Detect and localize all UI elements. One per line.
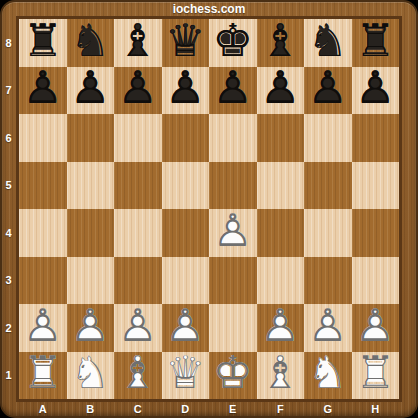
file-label-f: F xyxy=(257,399,305,418)
piece-white-pawn[interactable]: ♟♙ xyxy=(19,304,67,352)
square-f5[interactable] xyxy=(257,162,305,210)
piece-white-pawn[interactable]: ♟♙ xyxy=(304,304,352,352)
piece-white-pawn[interactable]: ♟♙ xyxy=(209,209,257,257)
rank-label-3: 3 xyxy=(0,257,17,305)
square-c6[interactable] xyxy=(114,114,162,162)
piece-white-pawn[interactable]: ♟♙ xyxy=(352,304,400,352)
square-h2[interactable]: ♟♙ xyxy=(352,304,400,352)
square-e6[interactable] xyxy=(209,114,257,162)
piece-detail: ♘ xyxy=(308,18,348,63)
file-label-c: C xyxy=(114,399,162,418)
file-label-a: A xyxy=(19,399,67,418)
piece-detail: ♙ xyxy=(260,303,300,348)
square-b1[interactable]: ♞♘ xyxy=(67,352,115,400)
square-a3[interactable] xyxy=(19,257,67,305)
square-b6[interactable] xyxy=(67,114,115,162)
piece-detail: ♙ xyxy=(165,303,205,348)
square-d4[interactable] xyxy=(162,209,210,257)
piece-black-pawn[interactable]: ♟♙ xyxy=(162,67,210,115)
square-a5[interactable] xyxy=(19,162,67,210)
piece-detail: ♘ xyxy=(70,351,110,396)
piece-black-rook[interactable]: ♜♖ xyxy=(19,19,67,67)
piece-detail: ♙ xyxy=(355,303,395,348)
piece-detail: ♙ xyxy=(165,66,205,111)
square-f3[interactable] xyxy=(257,257,305,305)
square-g5[interactable] xyxy=(304,162,352,210)
square-e1[interactable]: ♚♔ xyxy=(209,352,257,400)
square-f6[interactable] xyxy=(257,114,305,162)
square-e4[interactable]: ♟♙ xyxy=(209,209,257,257)
rank-label-7: 7 xyxy=(0,67,17,115)
piece-detail: ♖ xyxy=(23,351,63,396)
rank-labels: 87654321 xyxy=(0,19,17,399)
square-g1[interactable]: ♞♘ xyxy=(304,352,352,400)
piece-detail: ♗ xyxy=(118,18,158,63)
square-g7[interactable]: ♟♙ xyxy=(304,67,352,115)
square-f1[interactable]: ♝♗ xyxy=(257,352,305,400)
piece-detail: ♖ xyxy=(23,18,63,63)
square-h1[interactable]: ♜♖ xyxy=(352,352,400,400)
piece-black-pawn[interactable]: ♟♙ xyxy=(257,67,305,115)
board: ♜♖♞♘♝♗♛♕♚♔♝♗♞♘♜♖♟♙♟♙♟♙♟♙♟♙♟♙♟♙♟♙♟♙♟♙♟♙♟♙… xyxy=(19,19,399,399)
piece-detail: ♙ xyxy=(213,208,253,253)
square-c7[interactable]: ♟♙ xyxy=(114,67,162,115)
square-e7[interactable]: ♟♙ xyxy=(209,67,257,115)
piece-white-rook[interactable]: ♜♖ xyxy=(352,352,400,400)
piece-black-pawn[interactable]: ♟♙ xyxy=(209,67,257,115)
piece-black-pawn[interactable]: ♟♙ xyxy=(352,67,400,115)
piece-black-pawn[interactable]: ♟♙ xyxy=(19,67,67,115)
square-f8[interactable]: ♝♗ xyxy=(257,19,305,67)
piece-detail: ♘ xyxy=(70,18,110,63)
square-g6[interactable] xyxy=(304,114,352,162)
square-g2[interactable]: ♟♙ xyxy=(304,304,352,352)
square-h4[interactable] xyxy=(352,209,400,257)
square-c3[interactable] xyxy=(114,257,162,305)
rank-label-4: 4 xyxy=(0,209,17,257)
square-d5[interactable] xyxy=(162,162,210,210)
piece-black-knight[interactable]: ♞♘ xyxy=(67,19,115,67)
piece-white-king[interactable]: ♚♔ xyxy=(209,352,257,400)
square-b8[interactable]: ♞♘ xyxy=(67,19,115,67)
piece-white-pawn[interactable]: ♟♙ xyxy=(257,304,305,352)
square-d3[interactable] xyxy=(162,257,210,305)
piece-white-rook[interactable]: ♜♖ xyxy=(19,352,67,400)
file-label-e: E xyxy=(209,399,257,418)
piece-black-knight[interactable]: ♞♘ xyxy=(304,19,352,67)
piece-black-pawn[interactable]: ♟♙ xyxy=(304,67,352,115)
square-a6[interactable] xyxy=(19,114,67,162)
square-b4[interactable] xyxy=(67,209,115,257)
piece-detail: ♙ xyxy=(23,66,63,111)
piece-black-rook[interactable]: ♜♖ xyxy=(352,19,400,67)
piece-detail: ♗ xyxy=(260,18,300,63)
chess-widget: iochess.com 87654321 ABCDEFGH ♜♖♞♘♝♗♛♕♚♔… xyxy=(0,0,418,418)
piece-detail: ♙ xyxy=(355,66,395,111)
piece-detail: ♙ xyxy=(308,303,348,348)
square-a1[interactable]: ♜♖ xyxy=(19,352,67,400)
rank-label-2: 2 xyxy=(0,304,17,352)
square-b3[interactable] xyxy=(67,257,115,305)
piece-white-bishop[interactable]: ♝♗ xyxy=(114,352,162,400)
file-label-d: D xyxy=(162,399,210,418)
piece-detail: ♙ xyxy=(118,66,158,111)
rank-label-8: 8 xyxy=(0,19,17,67)
file-label-b: B xyxy=(67,399,115,418)
square-e8[interactable]: ♚♔ xyxy=(209,19,257,67)
square-b7[interactable]: ♟♙ xyxy=(67,67,115,115)
square-d2[interactable]: ♟♙ xyxy=(162,304,210,352)
piece-detail: ♔ xyxy=(213,351,253,396)
piece-detail: ♖ xyxy=(355,18,395,63)
square-g3[interactable] xyxy=(304,257,352,305)
piece-black-queen[interactable]: ♛♕ xyxy=(162,19,210,67)
square-f2[interactable]: ♟♙ xyxy=(257,304,305,352)
square-e2[interactable] xyxy=(209,304,257,352)
piece-white-pawn[interactable]: ♟♙ xyxy=(114,304,162,352)
square-f7[interactable]: ♟♙ xyxy=(257,67,305,115)
piece-detail: ♖ xyxy=(355,351,395,396)
square-h6[interactable] xyxy=(352,114,400,162)
piece-white-knight[interactable]: ♞♘ xyxy=(67,352,115,400)
piece-detail: ♕ xyxy=(165,351,205,396)
square-d1[interactable]: ♛♕ xyxy=(162,352,210,400)
square-a4[interactable] xyxy=(19,209,67,257)
rank-label-1: 1 xyxy=(0,352,17,400)
square-a8[interactable]: ♜♖ xyxy=(19,19,67,67)
piece-detail: ♗ xyxy=(260,351,300,396)
piece-white-queen[interactable]: ♛♕ xyxy=(162,352,210,400)
square-e5[interactable] xyxy=(209,162,257,210)
piece-white-pawn[interactable]: ♟♙ xyxy=(67,304,115,352)
piece-detail: ♕ xyxy=(165,18,205,63)
square-e3[interactable] xyxy=(209,257,257,305)
file-label-h: H xyxy=(352,399,400,418)
square-b5[interactable] xyxy=(67,162,115,210)
square-h8[interactable]: ♜♖ xyxy=(352,19,400,67)
piece-black-bishop[interactable]: ♝♗ xyxy=(114,19,162,67)
square-c1[interactable]: ♝♗ xyxy=(114,352,162,400)
square-c8[interactable]: ♝♗ xyxy=(114,19,162,67)
piece-detail: ♙ xyxy=(118,303,158,348)
piece-white-pawn[interactable]: ♟♙ xyxy=(162,304,210,352)
square-d6[interactable] xyxy=(162,114,210,162)
square-d8[interactable]: ♛♕ xyxy=(162,19,210,67)
square-b2[interactable]: ♟♙ xyxy=(67,304,115,352)
square-h5[interactable] xyxy=(352,162,400,210)
square-f4[interactable] xyxy=(257,209,305,257)
square-c5[interactable] xyxy=(114,162,162,210)
piece-white-bishop[interactable]: ♝♗ xyxy=(257,352,305,400)
square-g4[interactable] xyxy=(304,209,352,257)
piece-black-pawn[interactable]: ♟♙ xyxy=(114,67,162,115)
piece-detail: ♔ xyxy=(213,18,253,63)
piece-detail: ♘ xyxy=(308,351,348,396)
piece-black-bishop[interactable]: ♝♗ xyxy=(257,19,305,67)
piece-white-knight[interactable]: ♞♘ xyxy=(304,352,352,400)
piece-black-king[interactable]: ♚♔ xyxy=(209,19,257,67)
piece-detail: ♙ xyxy=(308,66,348,111)
piece-detail: ♙ xyxy=(260,66,300,111)
piece-detail: ♙ xyxy=(23,303,63,348)
square-c4[interactable] xyxy=(114,209,162,257)
square-a2[interactable]: ♟♙ xyxy=(19,304,67,352)
square-c2[interactable]: ♟♙ xyxy=(114,304,162,352)
piece-detail: ♗ xyxy=(118,351,158,396)
piece-detail: ♙ xyxy=(70,303,110,348)
piece-detail: ♙ xyxy=(70,66,110,111)
square-h3[interactable] xyxy=(352,257,400,305)
square-a7[interactable]: ♟♙ xyxy=(19,67,67,115)
rank-label-6: 6 xyxy=(0,114,17,162)
file-label-g: G xyxy=(304,399,352,418)
piece-detail: ♙ xyxy=(213,66,253,111)
square-g8[interactable]: ♞♘ xyxy=(304,19,352,67)
square-h7[interactable]: ♟♙ xyxy=(352,67,400,115)
square-d7[interactable]: ♟♙ xyxy=(162,67,210,115)
piece-black-pawn[interactable]: ♟♙ xyxy=(67,67,115,115)
file-labels: ABCDEFGH xyxy=(19,399,399,418)
rank-label-5: 5 xyxy=(0,162,17,210)
